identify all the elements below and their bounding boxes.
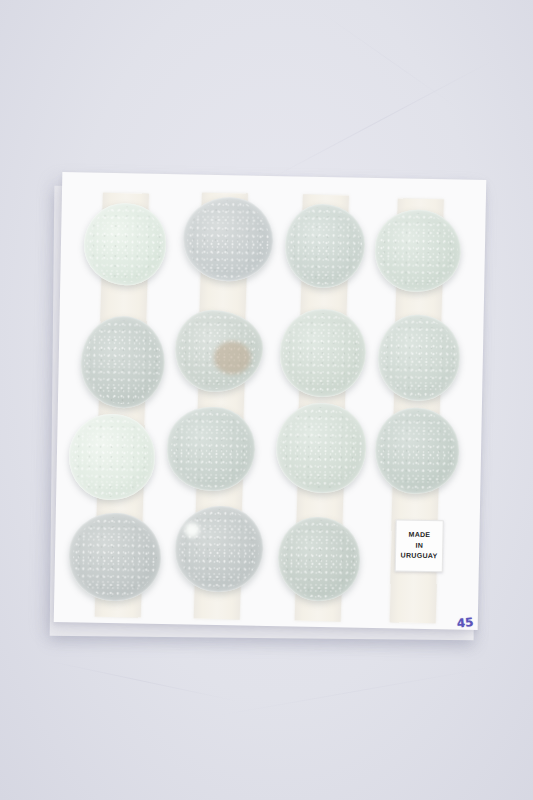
backdrop-scratch: [42, 659, 238, 702]
specimen-stone-r1c4: [374, 209, 462, 293]
backdrop-scratch: [265, 59, 495, 182]
specimen-stone-r3c3: [275, 402, 367, 494]
specimen-stone-r3c2: [166, 406, 256, 492]
backdrop-scratch: [316, 8, 464, 112]
specimen-stone-r3c4: [374, 407, 460, 495]
specimen-stone-r4c3: [277, 516, 361, 602]
handwritten-price-mark: 45: [457, 615, 475, 630]
specimen-stone-r4c2: [174, 505, 264, 593]
label-line-2: IN: [415, 540, 423, 551]
specimen-stone-r2c3: [279, 308, 367, 398]
made-in-uruguay-label: MADE IN URUGUAY: [395, 519, 444, 572]
specimen-stone-r1c1: [83, 202, 167, 286]
specimen-stone-r2c1: [80, 315, 166, 409]
specimen-stone-r2c2: [174, 309, 264, 393]
specimen-stone-r1c2: [182, 196, 274, 282]
specimen-stone-r4c1: [68, 512, 162, 602]
white-crystal-spot: [184, 523, 199, 538]
backdrop-scratch: [212, 664, 508, 717]
specimen-card: MADE IN URUGUAY 45: [54, 172, 487, 630]
label-line-3: URUGUAY: [400, 551, 437, 563]
specimen-stone-r1c3: [284, 203, 366, 289]
label-line-1: MADE: [408, 529, 430, 540]
specimen-stone-r3c1: [68, 413, 156, 501]
mineral-tan-patch: [213, 341, 251, 375]
specimen-stone-r2c4: [377, 314, 461, 402]
